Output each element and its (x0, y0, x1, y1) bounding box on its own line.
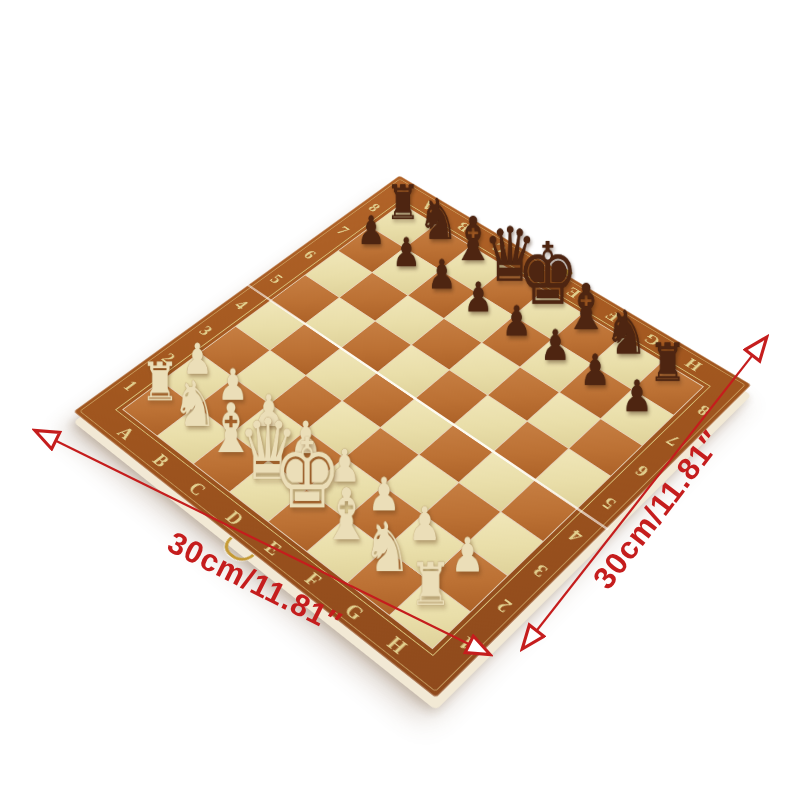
square-e6 (450, 343, 520, 395)
checkerboard-grid: ♜♞♝♛♚♝♞♜♟♟♟♟♟♟♟♟♟♟♟♟♟♟♟♟♜♞♝♛♚♝♞♜ (122, 203, 704, 649)
board-top-face: ABCDEFGH ABCDEFGH 87654321 87654321 ♜♞♝♛… (73, 175, 751, 698)
product-photo-scene: ABCDEFGH ABCDEFGH 87654321 87654321 ♜♞♝♛… (0, 0, 800, 800)
rank-label-right-4: 4 (547, 511, 605, 561)
chessboard: ABCDEFGH ABCDEFGH 87654321 87654321 ♜♞♝♛… (73, 175, 751, 698)
